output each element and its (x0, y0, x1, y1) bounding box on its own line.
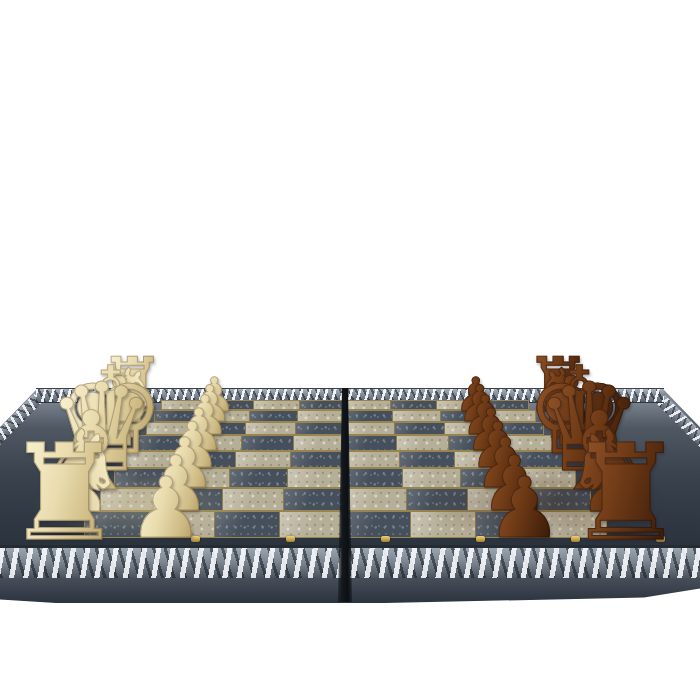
pieces-layer: ♜♞♝♛♚♝♞♜♟♟♟♟♟♟♟♟♟♟♟♟♟♟♟♟♜♞♝♛♚♝♞♜ (0, 0, 700, 700)
chess-set-photo: ♜♞♝♛♚♝♞♜♟♟♟♟♟♟♟♟♟♟♟♟♟♟♟♟♜♞♝♛♚♝♞♜ (0, 0, 700, 700)
piece-glyph: ♜ (5, 427, 124, 560)
piece-glyph: ♟ (487, 466, 562, 550)
piece-glyph: ♜ (566, 427, 685, 560)
piece-glyph: ♟ (128, 466, 203, 550)
